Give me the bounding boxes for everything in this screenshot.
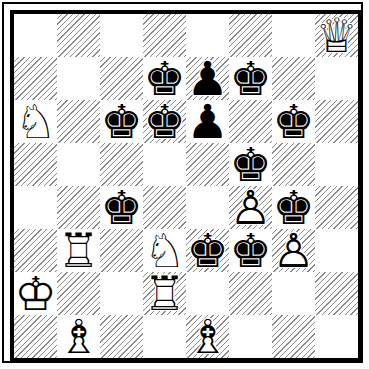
square-c8[interactable]	[100, 14, 143, 57]
piece-white-bishop-icon: ♗	[186, 315, 229, 358]
square-g3[interactable]: ♟♙	[272, 229, 315, 272]
square-h4[interactable]	[315, 186, 358, 229]
piece-black-king-icon: ♚	[100, 100, 143, 143]
square-f3[interactable]: ♚♚	[229, 229, 272, 272]
board-thick-frame: ♛♕♚♚♟♟♚♚♞♘♚♚♚♚♟♟♚♚♚♚♚♚♟♙♚♚♜♖♞♘♚♚♚♚♟♙♚♔♜♖…	[10, 10, 362, 362]
piece-white-queen-icon: ♕	[315, 14, 358, 57]
square-g2[interactable]	[272, 272, 315, 315]
square-h5[interactable]	[315, 143, 358, 186]
square-a1[interactable]	[14, 315, 57, 358]
piece-white-bishop-icon: ♗	[57, 315, 100, 358]
square-b5[interactable]	[57, 143, 100, 186]
square-d2[interactable]: ♜♖	[143, 272, 186, 315]
square-a8[interactable]	[14, 14, 57, 57]
square-e6[interactable]: ♟♟	[186, 100, 229, 143]
square-a6[interactable]: ♞♘	[14, 100, 57, 143]
square-f2[interactable]	[229, 272, 272, 315]
piece-white-pawn-icon: ♙	[272, 229, 315, 272]
piece-white-knight-icon: ♘	[14, 100, 57, 143]
square-d1[interactable]	[143, 315, 186, 358]
square-h6[interactable]	[315, 100, 358, 143]
square-d6[interactable]: ♚♚	[143, 100, 186, 143]
square-c3[interactable]	[100, 229, 143, 272]
piece-black-king-icon: ♚	[186, 229, 229, 272]
piece-black-king-icon: ♚	[272, 100, 315, 143]
square-g6[interactable]: ♚♚	[272, 100, 315, 143]
square-g8[interactable]	[272, 14, 315, 57]
square-c4[interactable]: ♚♚	[100, 186, 143, 229]
piece-white-rook-icon: ♖	[143, 272, 186, 315]
square-c1[interactable]	[100, 315, 143, 358]
piece-white-king-icon: ♔	[14, 272, 57, 315]
square-f1[interactable]	[229, 315, 272, 358]
square-a2[interactable]: ♚♔	[14, 272, 57, 315]
square-g1[interactable]	[272, 315, 315, 358]
piece-black-king-icon: ♚	[229, 57, 272, 100]
square-c2[interactable]	[100, 272, 143, 315]
square-a4[interactable]	[14, 186, 57, 229]
chess-diagram: ♛♕♚♚♟♟♚♚♞♘♚♚♚♚♟♟♚♚♚♚♚♚♟♙♚♚♜♖♞♘♚♚♚♚♟♙♚♔♜♖…	[0, 0, 369, 369]
piece-black-pawn-icon: ♟	[186, 100, 229, 143]
square-f7[interactable]: ♚♚	[229, 57, 272, 100]
square-h7[interactable]	[315, 57, 358, 100]
square-b6[interactable]	[57, 100, 100, 143]
square-b8[interactable]	[57, 14, 100, 57]
chess-board: ♛♕♚♚♟♟♚♚♞♘♚♚♚♚♟♟♚♚♚♚♚♚♟♙♚♚♜♖♞♘♚♚♚♚♟♙♚♔♜♖…	[14, 14, 358, 358]
square-h1[interactable]	[315, 315, 358, 358]
square-h2[interactable]	[315, 272, 358, 315]
square-e3[interactable]: ♚♚	[186, 229, 229, 272]
piece-black-king-icon: ♚	[229, 229, 272, 272]
square-e1[interactable]: ♝♗	[186, 315, 229, 358]
square-a5[interactable]	[14, 143, 57, 186]
piece-white-rook-icon: ♖	[57, 229, 100, 272]
piece-black-king-icon: ♚	[143, 100, 186, 143]
square-c6[interactable]: ♚♚	[100, 100, 143, 143]
square-b7[interactable]	[57, 57, 100, 100]
square-h8[interactable]: ♛♕	[315, 14, 358, 57]
square-b3[interactable]: ♜♖	[57, 229, 100, 272]
square-e5[interactable]	[186, 143, 229, 186]
piece-black-king-icon: ♚	[100, 186, 143, 229]
square-b1[interactable]: ♝♗	[57, 315, 100, 358]
square-h3[interactable]	[315, 229, 358, 272]
square-d5[interactable]	[143, 143, 186, 186]
